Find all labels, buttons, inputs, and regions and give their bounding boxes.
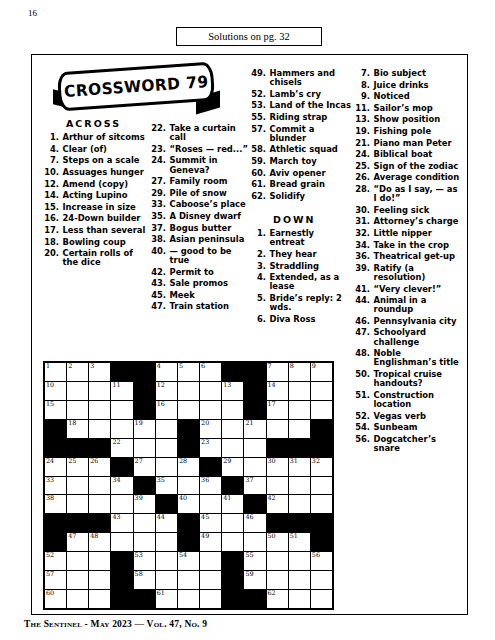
black-cell bbox=[267, 439, 288, 457]
cell-number: 54 bbox=[179, 552, 187, 559]
clue-text: Family room bbox=[170, 177, 252, 186]
white-cell[interactable]: 15 bbox=[45, 401, 66, 419]
clue-number: 38. bbox=[151, 235, 166, 244]
cell-number: 25 bbox=[68, 458, 76, 465]
cell-number: 13 bbox=[223, 382, 231, 389]
white-cell[interactable] bbox=[89, 477, 110, 495]
white-cell[interactable] bbox=[200, 401, 221, 419]
white-cell[interactable] bbox=[89, 401, 110, 419]
clue-text: Tropical cruise handouts? bbox=[374, 370, 462, 388]
white-cell[interactable]: 43 bbox=[111, 514, 132, 532]
white-cell[interactable] bbox=[111, 495, 132, 513]
clue-number: 14. bbox=[44, 191, 59, 200]
white-cell[interactable]: 11 bbox=[111, 382, 132, 400]
white-cell[interactable] bbox=[311, 382, 332, 400]
black-cell bbox=[111, 458, 132, 476]
cell-number: 41 bbox=[223, 495, 231, 502]
white-cell[interactable] bbox=[289, 495, 310, 513]
white-cell[interactable] bbox=[289, 552, 310, 570]
clue-number: 48. bbox=[355, 349, 370, 367]
white-cell[interactable]: 61 bbox=[156, 590, 177, 608]
clue-number: 5. bbox=[251, 294, 266, 312]
black-cell bbox=[134, 363, 155, 381]
white-cell[interactable]: 41 bbox=[222, 495, 243, 513]
clue-column-1: ACROSS 1.Arthur of sitcoms4.Clear (of)7.… bbox=[44, 119, 148, 270]
clue: 4.Extended, as a lease bbox=[251, 273, 351, 291]
white-cell[interactable] bbox=[311, 590, 332, 608]
clue-text: Fishing pole bbox=[374, 127, 462, 136]
black-cell bbox=[311, 439, 332, 457]
black-cell bbox=[178, 533, 199, 551]
clue-text: Take in the crop bbox=[374, 241, 462, 250]
white-cell[interactable] bbox=[134, 514, 155, 532]
white-cell[interactable] bbox=[289, 382, 310, 400]
white-cell[interactable]: 44 bbox=[156, 514, 177, 532]
clue-number: 12. bbox=[44, 180, 59, 189]
black-cell bbox=[311, 514, 332, 532]
clue-text: Straddling bbox=[270, 262, 352, 271]
clue-number: 22. bbox=[151, 124, 166, 142]
white-cell[interactable]: 62 bbox=[267, 590, 288, 608]
cell-number: 57 bbox=[46, 571, 54, 578]
clue: 11.Sailor’s mop bbox=[355, 104, 461, 113]
clue-text: Arthur of sitcoms bbox=[63, 133, 149, 142]
white-cell[interactable]: 26 bbox=[89, 458, 110, 476]
clue: 46.Pennsylvania city bbox=[355, 317, 461, 326]
white-cell[interactable] bbox=[67, 590, 88, 608]
clue-number: 4. bbox=[251, 273, 266, 291]
clue-text: Land of the Incas bbox=[270, 101, 352, 110]
white-cell[interactable] bbox=[111, 533, 132, 551]
clue-text: Feeling sick bbox=[374, 206, 462, 215]
white-cell[interactable] bbox=[267, 571, 288, 589]
down-clues-part1: 1.Earnestly entreat2.They hear3.Straddli… bbox=[251, 229, 351, 324]
cell-number: 61 bbox=[157, 590, 165, 597]
clue-number: 7. bbox=[44, 156, 59, 165]
clue-column-3: 49.Hammers and chisels52.Lamb’s cry53.La… bbox=[251, 69, 351, 326]
white-cell[interactable] bbox=[222, 439, 243, 457]
white-cell[interactable]: 39 bbox=[134, 495, 155, 513]
clue-number: 7. bbox=[355, 69, 370, 78]
black-cell bbox=[45, 439, 66, 457]
clue-text: Acting Lupino bbox=[63, 191, 149, 200]
clue-text: Increase in size bbox=[63, 203, 149, 212]
across-clues-part1: 1.Arthur of sitcoms4.Clear (of)7.Steps o… bbox=[44, 133, 148, 267]
white-cell[interactable] bbox=[311, 401, 332, 419]
clue-text: Athletic squad bbox=[270, 145, 352, 154]
cell-number: 31 bbox=[290, 458, 298, 465]
white-cell[interactable] bbox=[200, 590, 221, 608]
clue-text: Sign of the zodiac bbox=[374, 162, 462, 171]
clue-text: Sailor’s mop bbox=[374, 104, 462, 113]
white-cell[interactable]: 3 bbox=[89, 363, 110, 381]
white-cell[interactable] bbox=[67, 552, 88, 570]
clue: 40.— good to be true bbox=[151, 247, 251, 265]
white-cell[interactable]: 4 bbox=[156, 363, 177, 381]
clue: 52.Vegas verb bbox=[355, 412, 461, 421]
white-cell[interactable] bbox=[267, 477, 288, 495]
white-cell[interactable]: 34 bbox=[111, 477, 132, 495]
white-cell[interactable]: 14 bbox=[267, 382, 288, 400]
clue: 6.Diva Ross bbox=[251, 315, 351, 324]
cell-number: 50 bbox=[268, 533, 276, 540]
clue: 16.24-Down builder bbox=[44, 214, 148, 223]
white-cell[interactable]: 48 bbox=[89, 533, 110, 551]
white-cell[interactable] bbox=[267, 552, 288, 570]
white-cell[interactable]: 57 bbox=[45, 571, 66, 589]
white-cell[interactable]: 36 bbox=[200, 477, 221, 495]
clue: 24.Summit in Geneva? bbox=[151, 156, 251, 174]
black-cell bbox=[178, 420, 199, 438]
clue-text: March toy bbox=[270, 157, 352, 166]
white-cell[interactable]: 1 bbox=[45, 363, 66, 381]
clue-number: 44. bbox=[355, 296, 370, 314]
cell-number: 14 bbox=[268, 382, 276, 389]
cell-number: 12 bbox=[157, 382, 165, 389]
white-cell[interactable] bbox=[178, 382, 199, 400]
cell-number: 51 bbox=[290, 533, 298, 540]
white-cell[interactable]: 37 bbox=[244, 477, 265, 495]
clue-number: 34. bbox=[355, 241, 370, 250]
clue-text: Juice drinks bbox=[374, 81, 462, 90]
cell-number: 44 bbox=[157, 514, 165, 521]
clue-column-4: 7.Bio subject8.Juice drinks9.Noticed11.S… bbox=[355, 69, 461, 456]
white-cell[interactable] bbox=[67, 401, 88, 419]
clue: 32.Little nipper bbox=[355, 229, 461, 238]
white-cell[interactable]: 10 bbox=[45, 382, 66, 400]
black-cell bbox=[134, 401, 155, 419]
white-cell[interactable] bbox=[178, 590, 199, 608]
white-cell[interactable] bbox=[289, 420, 310, 438]
clue: 12.Amend (copy) bbox=[44, 180, 148, 189]
white-cell[interactable] bbox=[67, 571, 88, 589]
cell-number: 9 bbox=[312, 363, 316, 370]
white-cell[interactable] bbox=[178, 477, 199, 495]
white-cell[interactable]: 50 bbox=[267, 533, 288, 551]
black-cell bbox=[89, 514, 110, 532]
cell-number: 23 bbox=[201, 439, 209, 446]
black-cell bbox=[45, 533, 66, 551]
white-cell[interactable] bbox=[200, 495, 221, 513]
white-cell[interactable]: 9 bbox=[311, 363, 332, 381]
clue-text: “Roses — red...” bbox=[170, 145, 252, 154]
white-cell[interactable] bbox=[222, 514, 243, 532]
white-cell[interactable]: 21 bbox=[244, 420, 265, 438]
white-cell[interactable] bbox=[289, 401, 310, 419]
white-cell[interactable]: 6 bbox=[200, 363, 221, 381]
white-cell[interactable] bbox=[311, 571, 332, 589]
white-cell[interactable]: 55 bbox=[244, 552, 265, 570]
clue-number: 31. bbox=[355, 217, 370, 226]
white-cell[interactable] bbox=[244, 533, 265, 551]
clue: 48.Noble Englishman’s title bbox=[355, 349, 461, 367]
white-cell[interactable] bbox=[134, 439, 155, 457]
black-cell bbox=[267, 514, 288, 532]
white-cell[interactable] bbox=[178, 401, 199, 419]
white-cell[interactable] bbox=[67, 495, 88, 513]
white-cell[interactable] bbox=[267, 420, 288, 438]
white-cell[interactable]: 29 bbox=[222, 458, 243, 476]
white-cell[interactable]: 51 bbox=[289, 533, 310, 551]
white-cell[interactable]: 30 bbox=[267, 458, 288, 476]
cell-number: 15 bbox=[46, 401, 54, 408]
cell-number: 52 bbox=[46, 552, 54, 559]
title-ribbon: CROSSWORD 79 bbox=[57, 62, 215, 112]
white-cell[interactable]: 12 bbox=[156, 382, 177, 400]
white-cell[interactable]: 40 bbox=[178, 495, 199, 513]
white-cell[interactable] bbox=[67, 477, 88, 495]
white-cell[interactable]: 24 bbox=[45, 458, 66, 476]
cell-number: 2 bbox=[68, 363, 72, 370]
black-cell bbox=[244, 495, 265, 513]
clue: 56.Dogcatcher’s snare bbox=[355, 435, 461, 453]
clue: 2.They hear bbox=[251, 250, 351, 259]
black-cell bbox=[222, 571, 243, 589]
clue: 5.Bride’s reply: 2 wds. bbox=[251, 294, 351, 312]
cell-number: 21 bbox=[245, 420, 253, 427]
cell-number: 27 bbox=[135, 458, 143, 465]
white-cell[interactable] bbox=[156, 458, 177, 476]
white-cell[interactable]: 22 bbox=[111, 439, 132, 457]
white-cell[interactable]: 53 bbox=[134, 552, 155, 570]
clue-column-2: 22.Take a curtain call23.“Roses — red...… bbox=[151, 124, 251, 314]
white-cell[interactable]: 20 bbox=[200, 420, 221, 438]
cell-number: 33 bbox=[46, 477, 54, 484]
white-cell[interactable]: 17 bbox=[267, 401, 288, 419]
white-cell[interactable]: 52 bbox=[45, 552, 66, 570]
white-cell[interactable]: 19 bbox=[134, 420, 155, 438]
clue: 35.A Disney dwarf bbox=[151, 212, 251, 221]
white-cell[interactable]: 31 bbox=[289, 458, 310, 476]
clue-text: Summit in Geneva? bbox=[170, 156, 252, 174]
clue: 42.Permit to bbox=[151, 268, 251, 277]
black-cell bbox=[67, 514, 88, 532]
cell-number: 26 bbox=[90, 458, 98, 465]
white-cell[interactable] bbox=[111, 420, 132, 438]
newspaper-puzzle-page: 16 Solutions on pg. 32 CROSSWORD 79 ACRO… bbox=[0, 0, 495, 640]
clue: 1.Earnestly entreat bbox=[251, 229, 351, 247]
black-cell bbox=[244, 363, 265, 381]
cell-number: 4 bbox=[157, 363, 161, 370]
white-cell[interactable] bbox=[200, 552, 221, 570]
cell-number: 60 bbox=[46, 590, 54, 597]
white-cell[interactable] bbox=[311, 477, 332, 495]
clue-number: 4. bbox=[44, 145, 59, 154]
white-cell[interactable] bbox=[89, 552, 110, 570]
white-cell[interactable] bbox=[222, 401, 243, 419]
white-cell[interactable]: 58 bbox=[134, 571, 155, 589]
white-cell[interactable]: 5 bbox=[178, 363, 199, 381]
white-cell[interactable]: 54 bbox=[178, 552, 199, 570]
white-cell[interactable]: 46 bbox=[244, 514, 265, 532]
white-cell[interactable]: 45 bbox=[200, 514, 221, 532]
clue: 8.Juice drinks bbox=[355, 81, 461, 90]
white-cell[interactable]: 33 bbox=[45, 477, 66, 495]
clue: 4.Clear (of) bbox=[44, 145, 148, 154]
clue-number: 53. bbox=[251, 101, 266, 110]
clue-number: 37. bbox=[151, 224, 166, 233]
cell-number: 62 bbox=[268, 590, 276, 597]
white-cell[interactable]: 60 bbox=[45, 590, 66, 608]
clue: 51.Construction location bbox=[355, 391, 461, 409]
white-cell[interactable] bbox=[244, 439, 265, 457]
white-cell[interactable]: 18 bbox=[67, 420, 88, 438]
black-cell bbox=[45, 420, 66, 438]
white-cell[interactable] bbox=[134, 533, 155, 551]
white-cell[interactable] bbox=[178, 571, 199, 589]
clue-text: A Disney dwarf bbox=[170, 212, 252, 221]
clue-text: Bread grain bbox=[270, 180, 352, 189]
white-cell[interactable]: 8 bbox=[289, 363, 310, 381]
white-cell[interactable] bbox=[289, 590, 310, 608]
white-cell[interactable] bbox=[200, 571, 221, 589]
white-cell[interactable]: 2 bbox=[67, 363, 88, 381]
white-cell[interactable] bbox=[156, 552, 177, 570]
black-cell bbox=[222, 477, 243, 495]
clue-text: Bride’s reply: 2 wds. bbox=[270, 294, 352, 312]
clue: 28.“Do as I say, — as I do!” bbox=[355, 185, 461, 203]
clue: 36.Theatrical get-up bbox=[355, 252, 461, 261]
cell-number: 40 bbox=[179, 495, 187, 502]
clue: 39.Ratify (a resolution) bbox=[355, 264, 461, 282]
clue-number: 40. bbox=[151, 247, 166, 265]
cell-number: 49 bbox=[201, 533, 209, 540]
solutions-note-text: Solutions on pg. 32 bbox=[208, 31, 290, 42]
white-cell[interactable]: 23 bbox=[200, 439, 221, 457]
white-cell[interactable] bbox=[89, 590, 110, 608]
clue-text: Riding strap bbox=[270, 113, 352, 122]
publication-footer: The Sentinel - May 2023 — Vol. 47, No. 9 bbox=[24, 619, 207, 629]
clue-text: Animal in a roundup bbox=[374, 296, 462, 314]
clue-number: 47. bbox=[355, 328, 370, 346]
white-cell[interactable] bbox=[156, 571, 177, 589]
white-cell[interactable] bbox=[289, 477, 310, 495]
white-cell[interactable] bbox=[244, 458, 265, 476]
white-cell[interactable] bbox=[156, 420, 177, 438]
white-cell[interactable]: 25 bbox=[67, 458, 88, 476]
cell-number: 7 bbox=[268, 363, 272, 370]
white-cell[interactable]: 28 bbox=[178, 458, 199, 476]
black-cell bbox=[134, 590, 155, 608]
clue-number: 6. bbox=[251, 315, 266, 324]
clue: 50.Tropical cruise handouts? bbox=[355, 370, 461, 388]
clue: 22.Take a curtain call bbox=[151, 124, 251, 142]
white-cell[interactable] bbox=[89, 382, 110, 400]
white-cell[interactable] bbox=[289, 571, 310, 589]
white-cell[interactable] bbox=[222, 533, 243, 551]
clue: 41.“Very clever!” bbox=[355, 285, 461, 294]
cell-number: 6 bbox=[201, 363, 205, 370]
cell-number: 22 bbox=[112, 439, 120, 446]
black-cell bbox=[111, 590, 132, 608]
clue-text: Dogcatcher’s snare bbox=[374, 435, 462, 453]
clue: 54.Sunbeam bbox=[355, 423, 461, 432]
clue: 25.Sign of the zodiac bbox=[355, 162, 461, 171]
white-cell[interactable] bbox=[311, 495, 332, 513]
white-cell[interactable]: 13 bbox=[222, 382, 243, 400]
clue-text: Piano man Peter bbox=[374, 139, 462, 148]
cell-number: 16 bbox=[157, 401, 165, 408]
white-cell[interactable]: 27 bbox=[134, 458, 155, 476]
clue-text: Take a curtain call bbox=[170, 124, 252, 142]
cell-number: 56 bbox=[312, 552, 320, 559]
white-cell[interactable]: 56 bbox=[311, 552, 332, 570]
white-cell[interactable] bbox=[156, 533, 177, 551]
cell-number: 58 bbox=[135, 571, 143, 578]
white-cell[interactable]: 16 bbox=[156, 401, 177, 419]
cell-number: 37 bbox=[245, 477, 253, 484]
white-cell[interactable] bbox=[89, 571, 110, 589]
white-cell[interactable] bbox=[200, 382, 221, 400]
clue-number: 46. bbox=[355, 317, 370, 326]
black-cell bbox=[178, 439, 199, 457]
clue: 18.Bowling coup bbox=[44, 238, 148, 247]
white-cell[interactable]: 59 bbox=[244, 571, 265, 589]
clue-text: Hammers and chisels bbox=[270, 69, 352, 87]
clue-number: 24. bbox=[355, 150, 370, 159]
white-cell[interactable] bbox=[156, 439, 177, 457]
white-cell[interactable]: 32 bbox=[311, 458, 332, 476]
clue-text: They hear bbox=[270, 250, 352, 259]
white-cell[interactable] bbox=[222, 420, 243, 438]
clue-text: Sunbeam bbox=[374, 423, 462, 432]
clue: 52.Lamb’s cry bbox=[251, 90, 351, 99]
clue-number: 28. bbox=[355, 185, 370, 203]
white-cell[interactable]: 47 bbox=[67, 533, 88, 551]
clue-number: 24. bbox=[151, 156, 166, 174]
clue: 62.Solidify bbox=[251, 192, 351, 201]
clue-text: Asian peninsula bbox=[170, 235, 252, 244]
white-cell[interactable] bbox=[111, 401, 132, 419]
white-cell[interactable]: 42 bbox=[267, 495, 288, 513]
clue-number: 1. bbox=[44, 133, 59, 142]
clue: 55.Riding strap bbox=[251, 113, 351, 122]
clue-number: 39. bbox=[355, 264, 370, 282]
black-cell bbox=[111, 363, 132, 381]
solutions-note-box: Solutions on pg. 32 bbox=[176, 27, 322, 46]
clue-text: Extended, as a lease bbox=[270, 273, 352, 291]
down-header: DOWN bbox=[273, 215, 351, 224]
white-cell[interactable]: 49 bbox=[200, 533, 221, 551]
clue-number: 51. bbox=[355, 391, 370, 409]
clue: 15.Increase in size bbox=[44, 203, 148, 212]
clue-number: 45. bbox=[151, 291, 166, 300]
white-cell[interactable]: 7 bbox=[267, 363, 288, 381]
clue-number: 47. bbox=[151, 302, 166, 311]
clue-number: 41. bbox=[355, 285, 370, 294]
clue-text: Average condition bbox=[374, 173, 462, 182]
black-cell bbox=[200, 458, 221, 476]
cell-number: 55 bbox=[245, 552, 253, 559]
black-cell bbox=[222, 552, 243, 570]
cell-number: 48 bbox=[90, 533, 98, 540]
clue-number: 52. bbox=[355, 412, 370, 421]
clue: 37.Bogus butter bbox=[151, 224, 251, 233]
crossword-grid: 1234567891011121314151617181920212223242… bbox=[43, 361, 334, 610]
clue-number: 9. bbox=[355, 92, 370, 101]
white-cell[interactable] bbox=[67, 382, 88, 400]
clue: 53.Land of the Incas bbox=[251, 101, 351, 110]
clue-number: 61. bbox=[251, 180, 266, 189]
white-cell[interactable]: 38 bbox=[45, 495, 66, 513]
cell-number: 32 bbox=[312, 458, 320, 465]
white-cell[interactable]: 35 bbox=[156, 477, 177, 495]
white-cell[interactable] bbox=[89, 495, 110, 513]
clue-number: 13. bbox=[355, 115, 370, 124]
clue-number: 56. bbox=[355, 435, 370, 453]
clue: 44.Animal in a roundup bbox=[355, 296, 461, 314]
white-cell[interactable] bbox=[89, 420, 110, 438]
